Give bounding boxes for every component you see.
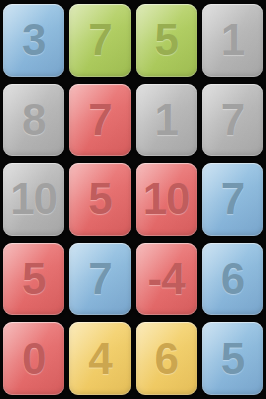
tile-value: 7 <box>88 98 111 142</box>
tile-value: 5 <box>221 337 244 381</box>
tile-r4c4[interactable]: 6 <box>202 243 263 316</box>
tile-value: 7 <box>221 177 244 221</box>
tile-value: 0 <box>22 337 45 381</box>
tile-value: 1 <box>154 98 177 142</box>
tile-r3c2[interactable]: 5 <box>69 163 130 236</box>
tile-value: 5 <box>22 257 45 301</box>
tile-r1c4[interactable]: 1 <box>202 4 263 77</box>
tile-value: 7 <box>221 98 244 142</box>
tile-value: 5 <box>154 18 177 62</box>
tile-value: 3 <box>22 18 45 62</box>
tile-value: 8 <box>22 98 45 142</box>
tile-value: 5 <box>88 177 111 221</box>
tile-value: 6 <box>221 257 244 301</box>
tile-value: 7 <box>88 257 111 301</box>
tile-value: -4 <box>148 257 185 301</box>
tile-r2c2[interactable]: 7 <box>69 84 130 157</box>
tile-value: 10 <box>143 177 190 221</box>
tile-r4c3[interactable]: -4 <box>136 243 197 316</box>
tile-r3c4[interactable]: 7 <box>202 163 263 236</box>
tile-r5c2[interactable]: 4 <box>69 322 130 395</box>
tile-value: 6 <box>154 337 177 381</box>
tile-r3c3[interactable]: 10 <box>136 163 197 236</box>
tile-r3c1[interactable]: 10 <box>3 163 64 236</box>
tile-value: 4 <box>88 337 111 381</box>
tile-r2c1[interactable]: 8 <box>3 84 64 157</box>
tile-r5c3[interactable]: 6 <box>136 322 197 395</box>
tile-r2c4[interactable]: 7 <box>202 84 263 157</box>
tile-value: 1 <box>221 18 244 62</box>
tile-r5c1[interactable]: 0 <box>3 322 64 395</box>
tile-r5c4[interactable]: 5 <box>202 322 263 395</box>
tile-r4c2[interactable]: 7 <box>69 243 130 316</box>
tile-r1c2[interactable]: 7 <box>69 4 130 77</box>
tile-value: 7 <box>88 18 111 62</box>
tile-r1c1[interactable]: 3 <box>3 4 64 77</box>
tile-r4c1[interactable]: 5 <box>3 243 64 316</box>
tile-value: 10 <box>10 177 57 221</box>
tile-r1c3[interactable]: 5 <box>136 4 197 77</box>
puzzle-board: 3751871710510757-460465 <box>0 0 266 399</box>
tile-r2c3[interactable]: 1 <box>136 84 197 157</box>
